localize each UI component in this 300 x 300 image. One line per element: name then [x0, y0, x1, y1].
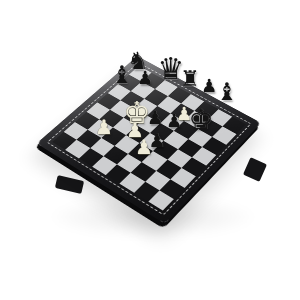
- chess-set-photo: ♞♝♟♛♜♟♝♚♟♟♟♚♟♟♟♟: [0, 0, 300, 300]
- fold-latch-left: [55, 175, 84, 194]
- board-frame: [37, 56, 262, 224]
- fold-hinge-right: [243, 157, 267, 182]
